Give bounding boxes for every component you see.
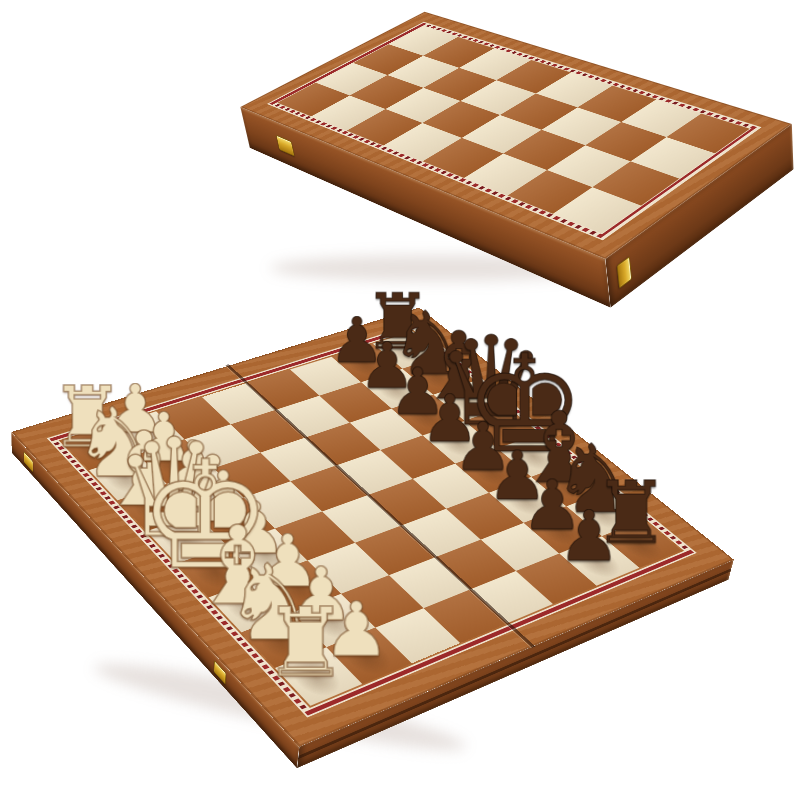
closed-case-left-clasp-icon (276, 135, 295, 157)
square-h1: ♜ (275, 648, 362, 706)
lid-square-r2c3 (423, 101, 500, 138)
lid-square-r3c2 (346, 109, 423, 146)
piece-black-pawn-h7: ♟ (517, 509, 661, 565)
closed-case-checker-grid (277, 26, 750, 233)
product-photo-scene: ♜♞♝♛♚♝♞♜♟♟♟♟♟♟♟♟♟♟♟♟♟♟♟♟♜♞♝♛♚♝♞♜ (0, 0, 800, 800)
closed-chess-case (240, 12, 791, 259)
lid-square-r1c3 (461, 80, 537, 115)
closed-case-right-clasp-icon (617, 256, 632, 289)
open-board-grid: ♜♞♝♛♚♝♞♜♟♟♟♟♟♟♟♟♟♟♟♟♟♟♟♟♜♞♝♛♚♝♞♜ (62, 331, 682, 706)
piece-white-rook-h1: ♜ (227, 605, 385, 682)
